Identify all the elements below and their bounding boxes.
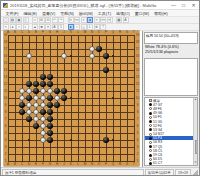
coord-label-row-12-left: 12 bbox=[4, 83, 8, 86]
white-stone-H10[interactable] bbox=[54, 95, 60, 101]
white-stone-E7[interactable] bbox=[33, 116, 39, 122]
coord-label-row-5-left: 5 bbox=[4, 132, 8, 135]
toolbar-main: ▢▤▣⎙✂⊞⊟↶↷|<<<<●>>>>|▦A bbox=[1, 17, 199, 24]
white-stone-icon bbox=[149, 158, 152, 161]
coord-label-row-4-right: 4 bbox=[136, 139, 140, 142]
redo-icon[interactable]: ↷ bbox=[58, 17, 64, 23]
variation-list[interactable] bbox=[144, 58, 198, 96]
black-stone-G8[interactable] bbox=[47, 109, 53, 115]
forward-icon[interactable]: > bbox=[94, 17, 100, 23]
coord-label-row-12-right: 12 bbox=[136, 83, 140, 86]
black-stone-D12[interactable] bbox=[26, 81, 32, 87]
coord-label-col-B-bottom: B bbox=[12, 163, 18, 166]
menu-item-6[interactable]: 工具(T) bbox=[95, 11, 113, 16]
app-icon bbox=[3, 3, 8, 8]
game-info-text: 棋局 50 54 (50+4/19) bbox=[146, 34, 179, 38]
coord-label-row-8-right: 8 bbox=[136, 111, 140, 114]
black-stone-O17[interactable] bbox=[96, 46, 102, 52]
coord-label-row-11-left: 11 bbox=[4, 90, 8, 93]
black-stone-J11[interactable] bbox=[61, 88, 67, 94]
coord-label-col-M-bottom: M bbox=[82, 163, 88, 166]
black-stone-icon bbox=[149, 154, 152, 157]
coord-label-col-G-top: G bbox=[47, 31, 53, 34]
star-point bbox=[70, 97, 72, 99]
coord-label-row-17-right: 17 bbox=[136, 48, 140, 51]
move-tree: 棋谱47 G748 F649 G650 F551 G552 F453 G454 … bbox=[144, 97, 198, 166]
black-stone-E6[interactable] bbox=[33, 123, 39, 129]
new-icon[interactable]: ▢ bbox=[3, 17, 9, 23]
coord-label-col-E-bottom: E bbox=[33, 163, 39, 166]
white-stone-F5[interactable] bbox=[40, 130, 46, 136]
white-stone-D9[interactable] bbox=[26, 102, 32, 108]
coord-label-col-M-top: M bbox=[82, 31, 88, 34]
open-icon[interactable]: ▤ bbox=[10, 17, 16, 23]
star-point bbox=[112, 55, 114, 57]
scroll-down-arrow[interactable]: ▼ bbox=[194, 161, 197, 165]
coord-label-col-L-bottom: L bbox=[75, 163, 81, 166]
coord-label-col-R-top: R bbox=[117, 31, 123, 34]
coord-label-row-11-right: 11 bbox=[136, 90, 140, 93]
cut-icon[interactable]: ✂ bbox=[32, 17, 38, 23]
title-bar: 20191118_实战对局_AI复盘分析(白胜4目半)_棋谱.sgf - (第5… bbox=[1, 1, 199, 10]
coord-label-col-P-top: P bbox=[103, 31, 109, 34]
white-stone-F6[interactable] bbox=[40, 123, 46, 129]
coord-label-row-4-left: 4 bbox=[4, 139, 8, 142]
coord-label-row-10-left: 10 bbox=[4, 97, 8, 100]
back-icon[interactable]: < bbox=[81, 17, 87, 23]
multigo-window: 20191118_实战对局_AI复盘分析(白胜4目半)_棋谱.sgf - (第5… bbox=[0, 0, 200, 176]
coord-label-col-B-top: B bbox=[12, 31, 18, 34]
white-stone-J16[interactable] bbox=[61, 53, 67, 59]
black-stone-E11[interactable] bbox=[33, 88, 39, 94]
star-point bbox=[112, 97, 114, 99]
white-stone-icon bbox=[149, 116, 152, 119]
star-point bbox=[28, 139, 30, 141]
white-stone-icon bbox=[149, 124, 152, 127]
window-title: 20191118_实战对局_AI复盘分析(白胜4目半)_棋谱.sgf - (第5… bbox=[10, 3, 169, 8]
minimize-button[interactable]: — bbox=[169, 2, 178, 9]
coord-label-col-T-top: T bbox=[131, 31, 137, 34]
tree-root-icon bbox=[149, 99, 152, 102]
coord-label-col-S-top: S bbox=[124, 31, 130, 34]
white-stone-icon bbox=[149, 141, 152, 144]
first-move-icon[interactable]: |< bbox=[68, 17, 74, 23]
coord-label-col-E-top: E bbox=[33, 31, 39, 34]
black-stone-H11[interactable] bbox=[54, 88, 60, 94]
coord-label-col-F-top: F bbox=[40, 31, 46, 34]
analyze-icon[interactable]: ● bbox=[87, 17, 93, 23]
coord-label-row-1-right: 1 bbox=[136, 160, 140, 163]
coord-label-col-F-bottom: F bbox=[40, 163, 46, 166]
white-stone-G11[interactable] bbox=[47, 88, 53, 94]
black-stone-G5[interactable] bbox=[47, 130, 53, 136]
coord-label-row-7-right: 7 bbox=[136, 118, 140, 121]
move-tree-list: 棋谱47 G748 F649 G650 F551 G552 F453 G454 … bbox=[145, 98, 193, 165]
coord-label-row-14-right: 14 bbox=[136, 69, 140, 72]
black-stone-P14[interactable] bbox=[103, 67, 109, 73]
black-stone-P4[interactable] bbox=[103, 137, 109, 143]
coord-label-row-5-right: 5 bbox=[136, 132, 140, 135]
info-icon[interactable]: A bbox=[123, 17, 129, 23]
black-stone-icon bbox=[149, 145, 152, 148]
copy-icon[interactable]: ⊞ bbox=[39, 17, 45, 23]
coord-label-row-18-right: 18 bbox=[136, 41, 140, 44]
tree-node-label: 61 C7 bbox=[153, 161, 162, 165]
black-stone-G10[interactable] bbox=[47, 95, 53, 101]
resize-grip[interactable] bbox=[192, 169, 198, 176]
white-stone-icon bbox=[149, 107, 152, 110]
black-stone-icon bbox=[149, 128, 152, 131]
maximize-button[interactable]: □ bbox=[179, 2, 188, 9]
black-stone-icon bbox=[149, 162, 152, 165]
coord-label-col-K-top: K bbox=[68, 31, 74, 34]
white-stone-N16[interactable] bbox=[89, 53, 95, 59]
main-area: AA1919BB1818CC1717DD1616EE1515FF1414GG13… bbox=[1, 31, 199, 167]
black-stone-icon bbox=[149, 103, 152, 106]
star-point bbox=[70, 139, 72, 141]
white-stone-E10[interactable] bbox=[33, 95, 39, 101]
star-point bbox=[70, 55, 72, 57]
black-stone-P16[interactable] bbox=[103, 53, 109, 59]
star-point bbox=[112, 139, 114, 141]
coord-label-col-Q-top: Q bbox=[110, 31, 116, 34]
black-stone-C8[interactable] bbox=[19, 109, 25, 115]
last-move-icon[interactable]: >| bbox=[107, 17, 113, 23]
menu-item-9[interactable]: 帮助(H) bbox=[152, 11, 171, 16]
coord-label-row-16-right: 16 bbox=[136, 55, 140, 58]
black-stone-J10[interactable] bbox=[61, 95, 67, 101]
coord-label-row-6-right: 6 bbox=[136, 125, 140, 128]
menu-bar: 文件(F)编辑(E)查看(V)导航(N)标记(M)工具(T)选项(O)窗口(W)… bbox=[1, 10, 199, 17]
white-stone-E8[interactable] bbox=[33, 109, 39, 115]
coord-label-row-13-right: 13 bbox=[136, 76, 140, 79]
black-stone-G7[interactable] bbox=[47, 116, 53, 122]
game-info-box: 棋局 50 54 (50+4/19) bbox=[144, 32, 198, 44]
undo-icon[interactable]: ↶ bbox=[52, 17, 58, 23]
coord-label-col-N-bottom: N bbox=[89, 163, 95, 166]
side-panel: 棋局 50 54 (50+4/19) White 78.4% (0.6%) 25… bbox=[143, 31, 199, 167]
analysis-box: White 78.4% (0.6%) 25/5/1/136 playouts bbox=[144, 45, 198, 57]
coord-label-row-6-left: 6 bbox=[4, 125, 8, 128]
white-stone-F7[interactable] bbox=[40, 116, 46, 122]
coord-label-row-10-right: 10 bbox=[136, 97, 140, 100]
coord-label-row-2-right: 2 bbox=[136, 153, 140, 156]
coord-label-row-3-right: 3 bbox=[136, 146, 140, 149]
black-stone-C9[interactable] bbox=[19, 102, 25, 108]
scroll-up-arrow[interactable]: ▲ bbox=[194, 98, 197, 102]
coord-label-col-O-top: O bbox=[96, 31, 102, 34]
white-stone-D16[interactable] bbox=[26, 53, 32, 59]
coord-label-row-9-right: 9 bbox=[136, 104, 140, 107]
white-stone-D11[interactable] bbox=[26, 88, 32, 94]
black-stone-G12[interactable] bbox=[47, 81, 53, 87]
coord-label-row-15-right: 15 bbox=[136, 62, 140, 65]
status-bar: 按 F1 获取帮助信息 第55手/共61手 19×19 bbox=[1, 167, 199, 176]
black-stone-D10[interactable] bbox=[26, 95, 32, 101]
coord-label-col-R-bottom: R bbox=[117, 163, 123, 166]
white-stone-icon bbox=[149, 149, 152, 152]
playouts-text: 25/5/1/136 playouts bbox=[145, 50, 197, 55]
coord-label-col-H-bottom: H bbox=[54, 163, 60, 166]
black-stone-icon bbox=[149, 112, 152, 115]
coord-label-col-A-bottom: A bbox=[5, 163, 11, 166]
black-stone-F8[interactable] bbox=[40, 109, 46, 115]
black-stone-E12[interactable] bbox=[33, 81, 39, 87]
close-button[interactable]: ✕ bbox=[189, 2, 198, 9]
coord-label-col-D-bottom: D bbox=[26, 163, 32, 166]
white-stone-C11[interactable] bbox=[19, 88, 25, 94]
white-stone-N17[interactable] bbox=[89, 46, 95, 52]
menu-item-7[interactable]: 选项(O) bbox=[113, 11, 132, 16]
coord-label-col-N-top: N bbox=[89, 31, 95, 34]
coord-label-row-8-left: 8 bbox=[4, 111, 8, 114]
scroll-thumb[interactable] bbox=[195, 140, 198, 154]
white-stone-D8[interactable] bbox=[26, 109, 32, 115]
black-stone-D7[interactable] bbox=[26, 116, 32, 122]
tree-scrollbar[interactable]: ▲ ▼ bbox=[193, 98, 197, 165]
black-stone-F13[interactable] bbox=[40, 74, 46, 80]
board-panel: AA1919BB1818CC1717DD1616EE1515FF1414GG13… bbox=[1, 31, 143, 167]
coord-label-col-O-bottom: O bbox=[96, 163, 102, 166]
coord-label-row-17-left: 17 bbox=[4, 48, 8, 51]
forward-10-icon[interactable]: >> bbox=[100, 17, 106, 23]
go-board[interactable]: AA1919BB1818CC1717DD1616EE1515FF1414GG13… bbox=[4, 31, 139, 166]
paste-icon[interactable]: ⊟ bbox=[45, 17, 51, 23]
menu-item-1[interactable]: 文件(F) bbox=[3, 11, 21, 16]
coord-label-row-2-left: 2 bbox=[4, 153, 8, 156]
coord-label-col-S-bottom: S bbox=[124, 163, 130, 166]
coord-label-row-1-left: 1 bbox=[4, 160, 8, 163]
tree-node-61[interactable]: 61 C7 bbox=[145, 161, 193, 165]
white-stone-C10[interactable] bbox=[19, 95, 25, 101]
coord-label-col-H-top: H bbox=[54, 31, 60, 34]
back-10-icon[interactable]: << bbox=[74, 17, 80, 23]
menu-item-2[interactable]: 编辑(E) bbox=[21, 11, 39, 16]
board-view-icon[interactable]: ▦ bbox=[116, 17, 122, 23]
black-stone-icon bbox=[149, 137, 152, 140]
black-stone-H9[interactable] bbox=[54, 102, 60, 108]
white-stone-icon bbox=[149, 133, 152, 136]
coord-label-row-3-left: 3 bbox=[4, 146, 8, 149]
coord-label-col-L-top: L bbox=[75, 31, 81, 34]
board-grid bbox=[8, 35, 135, 162]
board-size-indicator: 19×19 bbox=[175, 169, 191, 176]
coord-label-col-G-bottom: G bbox=[47, 163, 53, 166]
black-stone-G13[interactable] bbox=[47, 74, 53, 80]
print-icon[interactable]: ⎙ bbox=[23, 17, 29, 23]
white-stone-F9[interactable] bbox=[40, 102, 46, 108]
move-counter: 第55手/共61手 bbox=[145, 169, 174, 176]
coord-label-row-7-left: 7 bbox=[4, 118, 8, 121]
coord-label-col-P-bottom: P bbox=[103, 163, 109, 166]
coord-label-col-Q-bottom: Q bbox=[110, 163, 116, 166]
status-message: 按 F1 获取帮助信息 bbox=[2, 169, 144, 176]
coord-label-col-T-bottom: T bbox=[131, 163, 137, 166]
white-stone-F11[interactable] bbox=[40, 88, 46, 94]
coord-label-row-16-left: 16 bbox=[4, 55, 8, 58]
coord-label-row-13-left: 13 bbox=[4, 76, 8, 79]
coord-label-row-15-left: 15 bbox=[4, 62, 8, 65]
coord-label-row-18-left: 18 bbox=[4, 41, 8, 44]
black-stone-F12[interactable] bbox=[40, 81, 46, 87]
coord-label-col-J-bottom: J bbox=[61, 163, 67, 166]
coord-label-col-C-top: C bbox=[19, 31, 25, 34]
black-stone-icon bbox=[149, 120, 152, 123]
black-stone-G9[interactable] bbox=[47, 102, 53, 108]
coord-label-row-19-right: 19 bbox=[136, 34, 140, 37]
save-icon[interactable]: ▣ bbox=[16, 17, 22, 23]
coord-label-row-9-left: 9 bbox=[4, 104, 8, 107]
coord-label-row-19-left: 19 bbox=[4, 34, 8, 37]
menu-item-4[interactable]: 导航(N) bbox=[58, 11, 77, 16]
white-stone-E9[interactable] bbox=[33, 102, 39, 108]
menu-item-3[interactable]: 查看(V) bbox=[39, 11, 57, 16]
white-stone-F4[interactable] bbox=[40, 137, 46, 143]
coord-label-col-C-bottom: C bbox=[19, 163, 25, 166]
coord-label-col-J-top: J bbox=[61, 31, 67, 34]
black-stone-G4[interactable] bbox=[47, 137, 53, 143]
coord-label-row-14-left: 14 bbox=[4, 69, 8, 72]
window-controls: — □ ✕ bbox=[169, 2, 198, 9]
black-stone-G6[interactable] bbox=[47, 123, 53, 129]
coord-label-col-D-top: D bbox=[26, 31, 32, 34]
coord-label-col-K-bottom: K bbox=[68, 163, 74, 166]
menu-item-8[interactable]: 窗口(W) bbox=[132, 11, 151, 16]
white-stone-F10[interactable] bbox=[40, 95, 46, 101]
menu-item-5[interactable]: 标记(M) bbox=[76, 11, 95, 16]
